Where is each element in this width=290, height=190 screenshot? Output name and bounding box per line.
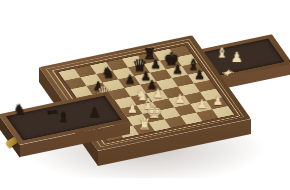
board-square (149, 119, 171, 131)
chess-set-photo: ♝♟♜ ♜♞♛♟♚♟♟♟♟♝♛♟♟♟♞♟♟♝♟♟♚♟♟♜ ♞♜♝♟ (0, 0, 290, 190)
